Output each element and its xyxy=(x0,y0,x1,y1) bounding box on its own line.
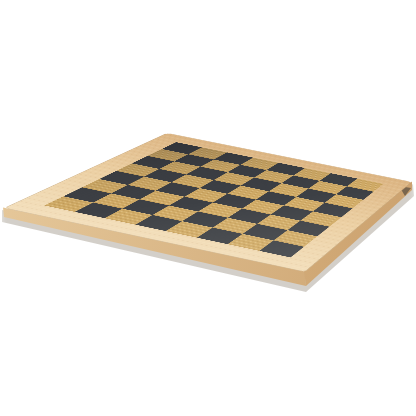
photo-canvas xyxy=(0,0,416,416)
